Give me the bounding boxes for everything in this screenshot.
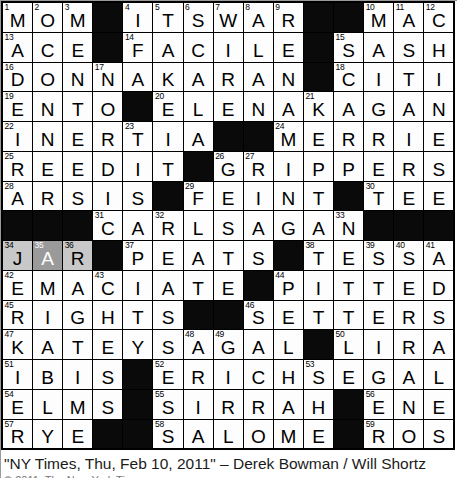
grid-cell[interactable]: N — [63, 63, 92, 92]
grid-cell[interactable]: 44P — [274, 271, 303, 300]
cell-letter: A — [192, 130, 205, 151]
grid-cell[interactable]: 59R — [364, 420, 393, 449]
cell-letter: N — [282, 70, 296, 91]
cell-letter: A — [342, 100, 355, 121]
grid-cell[interactable]: 33N — [334, 211, 363, 240]
cell-letter: E — [342, 249, 355, 270]
grid-cell[interactable]: 51I — [3, 360, 32, 389]
grid-cell[interactable]: 2O — [33, 3, 62, 32]
cell-letter: S — [312, 368, 325, 389]
grid-cell[interactable]: I — [184, 390, 213, 419]
cell-letter: F — [132, 41, 144, 62]
cell-letter: K — [312, 100, 325, 121]
grid-cell[interactable]: 32R — [153, 211, 182, 240]
grid-cell[interactable]: R — [394, 330, 423, 359]
grid-cell[interactable]: 57R — [3, 420, 32, 449]
grid-cell[interactable]: 13A — [3, 33, 32, 62]
grid-cell[interactable]: N — [33, 122, 62, 151]
black-cell — [334, 182, 363, 211]
cell-letter: L — [253, 41, 264, 62]
grid-cell[interactable]: L — [214, 420, 243, 449]
grid-cell[interactable]: 37P — [123, 241, 152, 270]
grid-cell[interactable]: R — [184, 360, 213, 389]
cell-letter: H — [101, 308, 115, 329]
grid-cell[interactable]: 36R — [63, 241, 92, 270]
grid-cell[interactable]: N — [394, 390, 423, 419]
grid-cell[interactable]: 39S — [364, 241, 393, 270]
cell-letter: C — [41, 41, 55, 62]
grid-cell[interactable]: I — [304, 271, 333, 300]
cell-letter: M — [70, 398, 86, 419]
grid-cell[interactable]: R — [334, 122, 363, 151]
grid-cell[interactable]: 1M — [3, 3, 32, 32]
grid-cell[interactable]: 6S — [184, 3, 213, 32]
clue-number: 40 — [396, 241, 405, 250]
grid-cell[interactable]: 12C — [424, 3, 453, 32]
grid-cell[interactable]: A — [153, 271, 182, 300]
cell-letter: S — [101, 398, 114, 419]
cell-letter: S — [162, 338, 175, 359]
grid-cell[interactable]: I — [33, 301, 62, 330]
cell-letter: S — [433, 308, 446, 329]
grid-cell[interactable]: E — [424, 122, 453, 151]
grid-cell[interactable]: 18C — [334, 63, 363, 92]
grid-cell[interactable]: L — [424, 360, 453, 389]
grid-cell[interactable]: E — [93, 330, 122, 359]
cell-letter: O — [100, 100, 115, 121]
grid-cell[interactable]: I — [424, 63, 453, 92]
cell-letter: I — [45, 308, 50, 329]
clue-number: 44 — [275, 271, 284, 280]
grid-cell[interactable]: A — [394, 92, 423, 121]
grid-cell[interactable]: T — [153, 152, 182, 181]
cell-letter: A — [433, 338, 446, 359]
grid-cell[interactable]: I — [93, 182, 122, 211]
black-cell — [93, 420, 122, 449]
grid-cell[interactable]: H — [424, 33, 453, 62]
grid-cell[interactable]: B — [33, 360, 62, 389]
grid-cell[interactable]: 7W — [214, 3, 243, 32]
cell-letter: A — [252, 70, 265, 91]
cell-letter: Y — [132, 338, 145, 359]
grid-cell[interactable]: R — [394, 301, 423, 330]
grid-cell[interactable]: 41A — [424, 241, 453, 270]
black-cell — [123, 420, 152, 449]
grid-cell[interactable]: 42E — [3, 271, 32, 300]
grid-cell[interactable]: E — [304, 122, 333, 151]
grid-cell[interactable]: L — [33, 390, 62, 419]
grid-cell[interactable]: A — [123, 211, 152, 240]
grid-cell[interactable]: 47K — [3, 330, 32, 359]
grid-cell[interactable]: T — [214, 241, 243, 270]
grid-cell[interactable]: E — [33, 152, 62, 181]
grid-cell[interactable]: S — [394, 33, 423, 62]
grid-cell[interactable]: T — [63, 330, 92, 359]
cell-letter: R — [221, 70, 235, 91]
grid-cell[interactable]: 35A — [33, 241, 62, 270]
grid-cell[interactable]: A — [244, 63, 273, 92]
cell-letter: L — [434, 368, 445, 389]
grid-cell[interactable]: 53S — [304, 360, 333, 389]
grid-cell[interactable]: E — [274, 301, 303, 330]
grid-cell[interactable]: R — [214, 63, 243, 92]
cell-letter: R — [11, 427, 25, 448]
grid-cell[interactable]: I — [214, 360, 243, 389]
grid-cell[interactable]: O — [33, 63, 62, 92]
cell-letter: L — [193, 219, 204, 240]
grid-cell[interactable]: T — [334, 301, 363, 330]
cell-letter: M — [40, 279, 56, 300]
cell-letter: E — [71, 130, 84, 151]
grid-cell[interactable]: 23T — [123, 122, 152, 151]
grid-cell[interactable]: I — [63, 360, 92, 389]
cell-letter: A — [252, 11, 265, 32]
grid-cell[interactable]: C — [184, 33, 213, 62]
grid-cell[interactable]: A — [304, 211, 333, 240]
grid-cell[interactable]: L — [244, 33, 273, 62]
grid-cell[interactable]: S — [93, 360, 122, 389]
grid-cell[interactable]: E — [334, 360, 363, 389]
cell-letter: I — [226, 368, 231, 389]
black-cell — [123, 360, 152, 389]
grid-cell[interactable]: 21K — [304, 92, 333, 121]
grid-cell[interactable]: G — [274, 211, 303, 240]
grid-cell[interactable]: 28A — [3, 182, 32, 211]
grid-cell[interactable]: 40S — [394, 241, 423, 270]
cell-letter: E — [372, 160, 385, 181]
grid-cell[interactable]: K — [153, 63, 182, 92]
grid-cell[interactable]: 20E — [153, 92, 182, 121]
clue-number: 3 — [65, 3, 69, 12]
grid-cell[interactable]: R — [394, 152, 423, 181]
cell-letter: E — [11, 398, 24, 419]
grid-cell[interactable]: T — [304, 301, 333, 330]
clue-number: 47 — [5, 330, 14, 339]
grid-cell[interactable]: S — [424, 152, 453, 181]
cell-letter: I — [376, 70, 381, 91]
puzzle-title-caption: "NY Times, Thu, Feb 10, 2011" – Derek Bo… — [4, 455, 457, 472]
grid-cell[interactable]: E — [394, 271, 423, 300]
grid-cell[interactable]: I — [123, 152, 152, 181]
grid-cell[interactable]: E — [214, 92, 243, 121]
grid-cell[interactable]: S — [93, 390, 122, 419]
grid-cell[interactable]: M — [274, 420, 303, 449]
grid-cell[interactable]: T — [63, 92, 92, 121]
grid-cell[interactable]: H — [93, 301, 122, 330]
grid-cell[interactable]: T — [304, 182, 333, 211]
grid-cell[interactable]: 5T — [153, 3, 182, 32]
grid-cell[interactable]: R — [244, 390, 273, 419]
cell-letter: I — [15, 368, 20, 389]
grid-cell[interactable]: Y — [123, 330, 152, 359]
cell-letter: I — [406, 130, 411, 151]
grid-cell[interactable]: H — [304, 390, 333, 419]
cell-letter: A — [11, 189, 24, 210]
cell-letter: D — [432, 279, 446, 300]
cell-letter: A — [192, 427, 205, 448]
grid-cell[interactable]: A — [424, 330, 453, 359]
grid-cell[interactable]: L — [184, 92, 213, 121]
grid-cell[interactable]: S — [63, 182, 92, 211]
grid-cell[interactable]: 45R — [3, 301, 32, 330]
grid-cell[interactable]: 54E — [3, 390, 32, 419]
cell-letter: R — [251, 398, 265, 419]
clue-number: 45 — [5, 301, 14, 310]
grid-cell[interactable]: N — [244, 92, 273, 121]
grid-cell[interactable]: 49G — [214, 330, 243, 359]
black-cell — [364, 211, 393, 240]
grid-cell[interactable]: S — [214, 211, 243, 240]
grid-cell[interactable]: G — [364, 360, 393, 389]
grid-cell[interactable]: E — [63, 33, 92, 62]
grid-cell[interactable]: S — [153, 330, 182, 359]
grid-cell[interactable]: A — [394, 360, 423, 389]
grid-cell[interactable]: E — [63, 122, 92, 151]
grid-cell[interactable]: 55S — [153, 390, 182, 419]
grid-cell[interactable]: I — [214, 33, 243, 62]
grid-cell[interactable]: 27R — [244, 152, 273, 181]
grid-cell[interactable]: A — [184, 122, 213, 151]
grid-cell[interactable]: 38T — [304, 241, 333, 270]
grid-cell[interactable]: I — [153, 122, 182, 151]
cell-letter: G — [221, 338, 236, 359]
cell-letter: A — [192, 249, 205, 270]
grid-cell[interactable]: E — [424, 390, 453, 419]
grid-cell[interactable]: 48A — [184, 330, 213, 359]
grid-cell[interactable]: 14F — [123, 33, 152, 62]
grid-cell[interactable]: 15S — [334, 33, 363, 62]
grid-cell[interactable]: S — [424, 301, 453, 330]
grid-cell[interactable]: M — [33, 271, 62, 300]
clue-number: 9 — [275, 3, 279, 12]
grid-cell[interactable]: 19E — [3, 92, 32, 121]
grid-cell[interactable]: A — [153, 33, 182, 62]
cell-letter: T — [313, 249, 325, 270]
clue-number: 32 — [155, 211, 164, 220]
clue-number: 26 — [215, 152, 224, 161]
clue-number: 1 — [5, 3, 9, 12]
grid-cell[interactable]: E — [334, 241, 363, 270]
clue-number: 25 — [5, 152, 14, 161]
clue-number: 54 — [5, 390, 14, 399]
grid-cell[interactable]: S — [424, 420, 453, 449]
grid-cell[interactable]: A — [274, 92, 303, 121]
grid-cell[interactable]: N — [274, 182, 303, 211]
grid-cell[interactable]: E — [63, 152, 92, 181]
grid-cell[interactable]: 9R — [274, 3, 303, 32]
grid-cell[interactable]: A — [334, 92, 363, 121]
black-cell — [334, 3, 363, 32]
grid-cell[interactable]: D — [93, 152, 122, 181]
grid-cell[interactable]: 25R — [3, 152, 32, 181]
grid-cell[interactable]: 29F — [184, 182, 213, 211]
cell-letter: N — [41, 100, 55, 121]
grid-cell[interactable]: R — [214, 390, 243, 419]
grid-cell[interactable]: 4I — [123, 3, 152, 32]
grid-cell[interactable]: M — [63, 390, 92, 419]
clue-number: 10 — [366, 3, 375, 12]
cell-letter: E — [162, 368, 175, 389]
grid-cell[interactable]: I — [123, 271, 152, 300]
grid-cell[interactable]: N — [274, 63, 303, 92]
grid-cell[interactable]: S — [123, 182, 152, 211]
clue-number: 49 — [215, 330, 224, 339]
grid-cell[interactable]: A — [274, 390, 303, 419]
cell-letter: S — [162, 398, 175, 419]
cell-letter: N — [251, 100, 265, 121]
cell-letter: L — [193, 100, 204, 121]
clue-number: 2 — [35, 3, 39, 12]
grid-cell[interactable]: A — [184, 241, 213, 270]
grid-cell[interactable]: 16D — [3, 63, 32, 92]
grid-cell[interactable]: L — [184, 211, 213, 240]
grid-cell[interactable]: N — [33, 92, 62, 121]
grid-cell[interactable]: O — [93, 92, 122, 121]
grid-cell[interactable]: 24M — [274, 122, 303, 151]
grid-cell[interactable]: 31C — [93, 211, 122, 240]
grid-cell[interactable]: 46S — [244, 301, 273, 330]
clue-number: 59 — [366, 420, 375, 429]
grid-cell[interactable]: E — [304, 420, 333, 449]
cell-letter: C — [432, 11, 446, 32]
grid-cell[interactable]: O — [244, 420, 273, 449]
black-cell — [304, 33, 333, 62]
grid-cell[interactable]: 11A — [394, 3, 423, 32]
grid-cell[interactable]: A — [123, 63, 152, 92]
cell-letter: E — [71, 427, 84, 448]
grid-cell[interactable]: 56E — [364, 390, 393, 419]
clue-number: 34 — [5, 241, 14, 250]
grid-cell[interactable]: P — [334, 152, 363, 181]
cell-letter: M — [10, 11, 26, 32]
cell-letter: P — [312, 160, 325, 181]
cell-letter: E — [282, 41, 295, 62]
clue-number: 23 — [125, 122, 134, 131]
grid-cell[interactable]: E — [153, 241, 182, 270]
grid-cell[interactable]: E — [394, 182, 423, 211]
grid-cell[interactable]: A — [184, 420, 213, 449]
grid-cell[interactable]: E — [63, 420, 92, 449]
grid-cell[interactable]: C — [33, 33, 62, 62]
grid-cell[interactable]: D — [424, 271, 453, 300]
grid-cell[interactable]: 58S — [153, 420, 182, 449]
clue-number: 29 — [185, 182, 194, 191]
cell-letter: G — [221, 160, 236, 181]
grid-cell[interactable]: R — [33, 182, 62, 211]
grid-cell[interactable]: E — [274, 33, 303, 62]
grid-cell[interactable]: A — [184, 63, 213, 92]
cell-letter: C — [191, 41, 205, 62]
grid-cell[interactable]: 3M — [63, 3, 92, 32]
grid-cell[interactable]: 34J — [3, 241, 32, 270]
grid-cell[interactable]: C — [244, 360, 273, 389]
grid-cell[interactable]: E — [364, 301, 393, 330]
cell-letter: N — [41, 130, 55, 151]
grid-cell[interactable]: T — [184, 271, 213, 300]
grid-cell[interactable]: 52E — [153, 360, 182, 389]
black-cell — [184, 301, 213, 330]
cell-letter: E — [11, 100, 24, 121]
clue-number: 35 — [35, 241, 44, 250]
grid-cell[interactable]: 17N — [93, 63, 122, 92]
cell-letter: S — [71, 189, 84, 210]
grid-cell[interactable]: I — [274, 152, 303, 181]
cell-letter: S — [402, 41, 415, 62]
cell-letter: I — [256, 189, 261, 210]
cell-letter: A — [372, 41, 385, 62]
grid-cell[interactable]: S — [153, 301, 182, 330]
grid-cell[interactable]: Y — [33, 420, 62, 449]
grid-cell[interactable]: 43C — [93, 271, 122, 300]
cell-letter: E — [433, 398, 446, 419]
grid-cell[interactable]: 10M — [364, 3, 393, 32]
grid-cell[interactable]: I — [364, 63, 393, 92]
cell-letter: S — [252, 308, 265, 329]
cell-letter: A — [71, 279, 84, 300]
grid-cell[interactable]: O — [394, 420, 423, 449]
black-cell — [153, 182, 182, 211]
grid-cell[interactable]: T — [334, 271, 363, 300]
grid-cell[interactable]: E — [214, 271, 243, 300]
grid-cell[interactable]: A — [244, 211, 273, 240]
grid-cell[interactable]: 22I — [3, 122, 32, 151]
grid-cell[interactable]: G — [63, 301, 92, 330]
grid-cell[interactable]: E — [214, 182, 243, 211]
grid-cell[interactable]: 30T — [364, 182, 393, 211]
cell-letter: A — [192, 338, 205, 359]
grid-cell[interactable]: G — [364, 92, 393, 121]
grid-cell[interactable]: 26G — [214, 152, 243, 181]
cell-letter: T — [132, 130, 144, 151]
grid-cell[interactable]: A — [244, 330, 273, 359]
grid-cell[interactable]: 50L — [334, 330, 363, 359]
cell-letter: E — [11, 279, 24, 300]
cell-letter: I — [135, 160, 140, 181]
cell-letter: T — [192, 279, 204, 300]
grid-cell[interactable]: A — [63, 271, 92, 300]
cell-letter: R — [402, 160, 416, 181]
grid-cell[interactable]: I — [364, 330, 393, 359]
grid-cell[interactable]: I — [394, 122, 423, 151]
cell-letter: E — [402, 279, 415, 300]
grid-cell[interactable]: N — [424, 92, 453, 121]
grid-cell[interactable]: R — [364, 122, 393, 151]
grid-cell[interactable]: 8A — [244, 3, 273, 32]
cell-letter: I — [286, 160, 291, 181]
grid-cell[interactable]: S — [244, 241, 273, 270]
cell-letter: S — [101, 368, 114, 389]
grid-cell[interactable]: L — [274, 330, 303, 359]
grid-cell[interactable]: A — [364, 33, 393, 62]
cell-letter: R — [282, 11, 296, 32]
cell-letter: T — [313, 189, 325, 210]
cell-letter: B — [41, 368, 54, 389]
grid-cell[interactable]: E — [364, 152, 393, 181]
grid-cell[interactable]: E — [424, 182, 453, 211]
grid-cell[interactable]: P — [304, 152, 333, 181]
grid-cell[interactable]: T — [394, 63, 423, 92]
grid-cell[interactable]: T — [123, 301, 152, 330]
cell-letter: M — [70, 11, 86, 32]
cell-letter: P — [282, 279, 295, 300]
black-cell — [244, 271, 273, 300]
grid-cell[interactable]: H — [274, 360, 303, 389]
grid-cell[interactable]: T — [364, 271, 393, 300]
grid-cell[interactable]: A — [33, 330, 62, 359]
grid-cell[interactable]: R — [93, 122, 122, 151]
grid-cell[interactable]: I — [244, 182, 273, 211]
cell-letter: F — [192, 189, 204, 210]
